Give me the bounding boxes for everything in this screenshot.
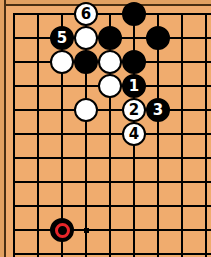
grid-line-horizontal (13, 13, 211, 15)
star-point-hoshi (84, 228, 89, 233)
grid-line-horizontal (13, 253, 211, 255)
black-stone (122, 2, 146, 26)
black-stone (146, 26, 170, 50)
grid-line-horizontal (13, 181, 211, 183)
grid-line-vertical (181, 13, 183, 257)
stone-move-number: 1 (129, 79, 139, 94)
white-stone-move-4: 4 (122, 122, 146, 146)
grid-line-horizontal (13, 205, 211, 207)
stone-move-number: 2 (129, 103, 139, 118)
white-stone-move-2: 2 (122, 98, 146, 122)
grid-line-horizontal (13, 133, 211, 135)
stone-move-number: 3 (153, 103, 163, 118)
go-diagram: 651234 (0, 0, 211, 257)
black-stone (98, 26, 122, 50)
white-stone-move-6: 6 (74, 2, 98, 26)
white-stone (74, 98, 98, 122)
grid-line-horizontal (13, 109, 211, 111)
black-stone-move-3: 3 (146, 98, 170, 122)
red-circle-marker (55, 223, 70, 238)
black-stone (122, 50, 146, 74)
grid-line-horizontal (13, 229, 211, 231)
black-stone-move-5: 5 (50, 26, 74, 50)
stone-move-number: 4 (129, 127, 139, 142)
black-stone (74, 50, 98, 74)
white-stone (74, 26, 98, 50)
stone-move-number: 6 (81, 7, 91, 22)
grid-line-vertical (37, 13, 39, 257)
white-stone (98, 74, 122, 98)
grid-line-vertical (13, 13, 15, 257)
marked-black-stone (50, 218, 74, 242)
stone-move-number: 5 (57, 31, 67, 46)
white-stone (98, 50, 122, 74)
grid-line-horizontal (13, 157, 211, 159)
black-stone-move-1: 1 (122, 74, 146, 98)
white-stone (50, 50, 74, 74)
go-board: 651234 (0, 0, 211, 257)
grid-line-vertical (205, 13, 207, 257)
